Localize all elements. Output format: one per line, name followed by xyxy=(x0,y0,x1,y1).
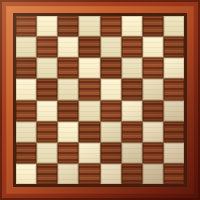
square-h8[interactable] xyxy=(164,16,184,36)
square-a3[interactable] xyxy=(16,122,36,142)
square-b1[interactable] xyxy=(37,164,57,184)
square-d5[interactable] xyxy=(79,79,99,99)
square-e3[interactable] xyxy=(101,122,121,142)
square-h5[interactable] xyxy=(164,79,184,99)
square-a6[interactable] xyxy=(16,58,36,78)
square-b2[interactable] xyxy=(37,143,57,163)
square-h6[interactable] xyxy=(164,58,184,78)
square-g1[interactable] xyxy=(143,164,163,184)
square-d6[interactable] xyxy=(79,58,99,78)
square-g5[interactable] xyxy=(143,79,163,99)
square-a4[interactable] xyxy=(16,101,36,121)
chess-board xyxy=(16,16,184,184)
square-a2[interactable] xyxy=(16,143,36,163)
square-c5[interactable] xyxy=(58,79,78,99)
square-b7[interactable] xyxy=(37,37,57,57)
square-g6[interactable] xyxy=(143,58,163,78)
square-f8[interactable] xyxy=(122,16,142,36)
square-h1[interactable] xyxy=(164,164,184,184)
square-e1[interactable] xyxy=(101,164,121,184)
square-c7[interactable] xyxy=(58,37,78,57)
square-f7[interactable] xyxy=(122,37,142,57)
square-e7[interactable] xyxy=(101,37,121,57)
square-e2[interactable] xyxy=(101,143,121,163)
square-c2[interactable] xyxy=(58,143,78,163)
square-c3[interactable] xyxy=(58,122,78,142)
square-d8[interactable] xyxy=(79,16,99,36)
square-e6[interactable] xyxy=(101,58,121,78)
square-h3[interactable] xyxy=(164,122,184,142)
square-h7[interactable] xyxy=(164,37,184,57)
square-d2[interactable] xyxy=(79,143,99,163)
square-f4[interactable] xyxy=(122,101,142,121)
square-c4[interactable] xyxy=(58,101,78,121)
square-g2[interactable] xyxy=(143,143,163,163)
square-h2[interactable] xyxy=(164,143,184,163)
square-e5[interactable] xyxy=(101,79,121,99)
square-c1[interactable] xyxy=(58,164,78,184)
square-g4[interactable] xyxy=(143,101,163,121)
square-f6[interactable] xyxy=(122,58,142,78)
square-d4[interactable] xyxy=(79,101,99,121)
board-photo xyxy=(0,0,200,200)
square-d1[interactable] xyxy=(79,164,99,184)
square-b8[interactable] xyxy=(37,16,57,36)
square-b6[interactable] xyxy=(37,58,57,78)
square-a5[interactable] xyxy=(16,79,36,99)
square-d7[interactable] xyxy=(79,37,99,57)
square-e4[interactable] xyxy=(101,101,121,121)
square-e8[interactable] xyxy=(101,16,121,36)
square-g8[interactable] xyxy=(143,16,163,36)
square-c6[interactable] xyxy=(58,58,78,78)
square-g3[interactable] xyxy=(143,122,163,142)
square-f3[interactable] xyxy=(122,122,142,142)
square-a1[interactable] xyxy=(16,164,36,184)
square-b4[interactable] xyxy=(37,101,57,121)
square-f5[interactable] xyxy=(122,79,142,99)
square-h4[interactable] xyxy=(164,101,184,121)
square-b3[interactable] xyxy=(37,122,57,142)
square-f2[interactable] xyxy=(122,143,142,163)
square-g7[interactable] xyxy=(143,37,163,57)
square-a7[interactable] xyxy=(16,37,36,57)
square-d3[interactable] xyxy=(79,122,99,142)
square-c8[interactable] xyxy=(58,16,78,36)
square-a8[interactable] xyxy=(16,16,36,36)
square-b5[interactable] xyxy=(37,79,57,99)
square-f1[interactable] xyxy=(122,164,142,184)
